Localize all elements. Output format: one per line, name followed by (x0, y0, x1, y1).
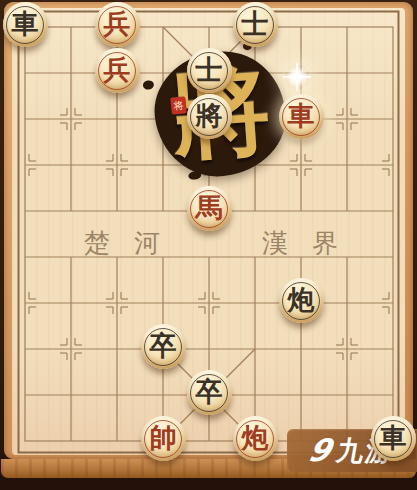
sparkle-icon (285, 65, 309, 89)
piece-character: 車 (12, 10, 39, 37)
piece-character: 馬 (196, 194, 223, 221)
piece-character: 士 (196, 56, 223, 83)
black-chariot-piece[interactable]: 車 (3, 2, 48, 47)
piece-character: 炮 (288, 286, 315, 313)
red-horse-piece[interactable]: 馬 (187, 186, 232, 231)
red-chariot-piece[interactable]: 車 (279, 94, 324, 139)
piece-character: 兵 (104, 10, 131, 37)
black-advisor-piece[interactable]: 士 (233, 2, 278, 47)
red-general-piece[interactable]: 帥 (141, 416, 186, 461)
piece-character: 車 (288, 102, 315, 129)
piece-character: 帥 (150, 424, 177, 451)
9game-logo-icon: 9 (305, 435, 334, 466)
red-soldier-piece[interactable]: 兵 (95, 48, 140, 93)
piece-character: 士 (242, 10, 269, 37)
red-cannon-piece[interactable]: 炮 (233, 416, 278, 461)
red-soldier-piece[interactable]: 兵 (95, 2, 140, 47)
black-soldier-piece[interactable]: 卒 (187, 370, 232, 415)
piece-character: 炮 (242, 424, 269, 451)
piece-character: 卒 (196, 378, 223, 405)
black-chariot-piece[interactable]: 車 (371, 416, 416, 461)
river-label-han-jie: 漢界 (262, 229, 362, 257)
xiangqi-game-screen: 楚河 漢界 車兵士兵士將車馬炮卒卒帥炮車 將 将 9 九游 (0, 0, 417, 490)
piece-character: 卒 (150, 332, 177, 359)
black-general-piece[interactable]: 將 (187, 94, 232, 139)
piece-character: 兵 (104, 56, 131, 83)
piece-character: 車 (380, 424, 407, 451)
river-label-chu-he: 楚河 (84, 229, 184, 257)
black-cannon-piece[interactable]: 炮 (279, 278, 324, 323)
black-advisor-piece[interactable]: 士 (187, 48, 232, 93)
black-soldier-piece[interactable]: 卒 (141, 324, 186, 369)
piece-character: 將 (196, 102, 223, 129)
